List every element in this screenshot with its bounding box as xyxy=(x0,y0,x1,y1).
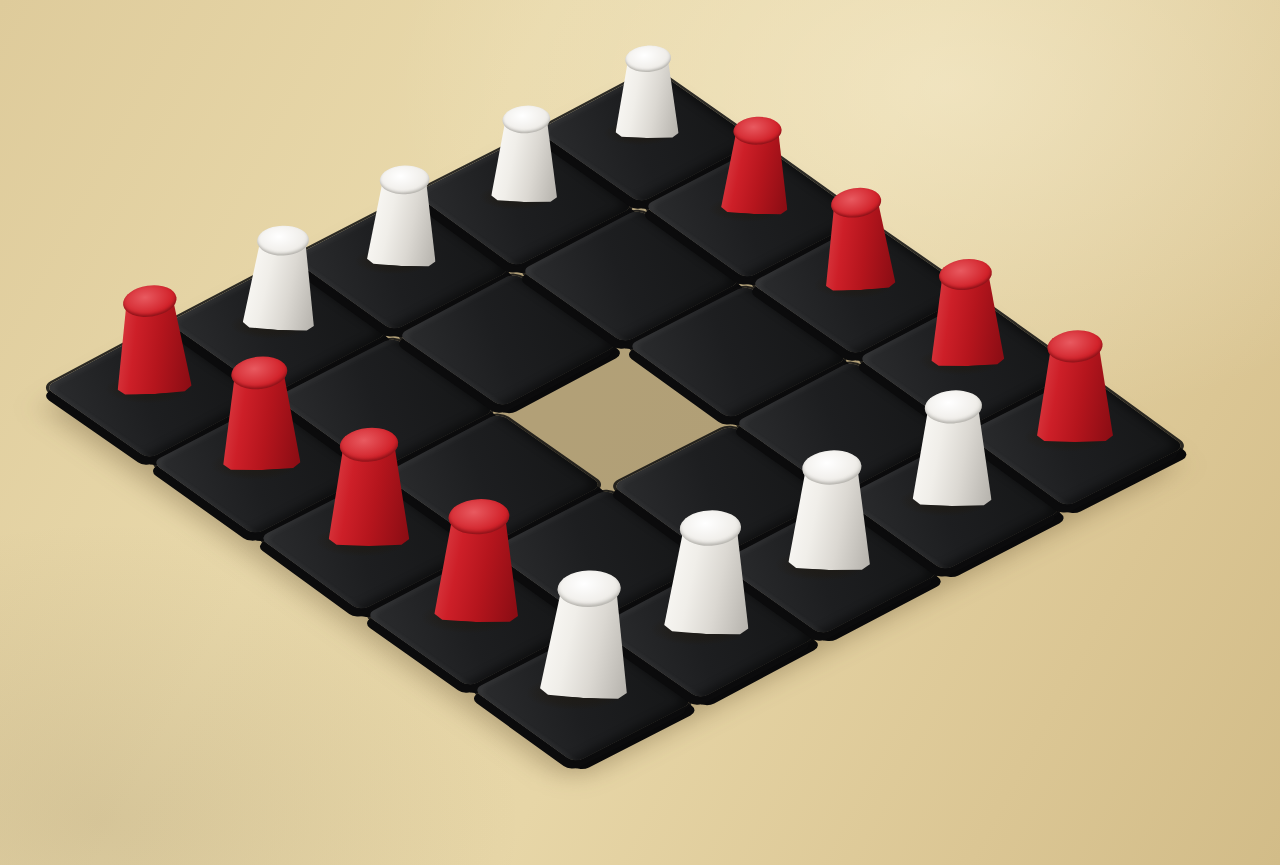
pawn-cone xyxy=(614,48,682,139)
pawn-cone xyxy=(537,572,636,701)
pawn-cone xyxy=(1035,334,1116,442)
pawn-cone xyxy=(365,167,442,268)
pawn-cone xyxy=(910,393,995,506)
pawn-cone xyxy=(432,501,524,623)
pawn-cone xyxy=(240,227,321,333)
pawn-cone xyxy=(719,118,793,215)
pawn-cone xyxy=(926,261,1006,367)
pawn-cone xyxy=(819,189,898,292)
pawn-cone xyxy=(661,512,755,636)
pawn-cone xyxy=(786,453,876,572)
pawn-cone xyxy=(489,107,561,203)
photo-scene xyxy=(0,0,1280,865)
pawn-cone xyxy=(326,431,412,546)
pawn-cone xyxy=(218,359,303,471)
pawn-cone xyxy=(110,287,194,397)
